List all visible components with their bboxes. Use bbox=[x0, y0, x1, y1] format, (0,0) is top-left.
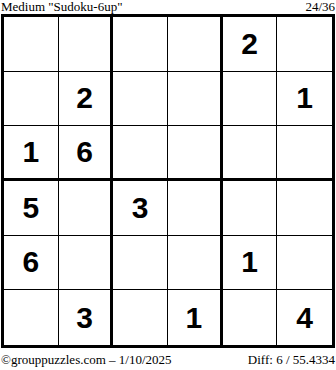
cell-r2c2: 2 bbox=[59, 72, 114, 127]
cell-r1c5: 2 bbox=[223, 17, 278, 72]
cell-r6c4: 1 bbox=[168, 290, 223, 345]
cell-r2c1[interactable] bbox=[4, 72, 59, 127]
puzzle-counter: 24/36 bbox=[305, 0, 335, 13]
cell-r4c5[interactable] bbox=[223, 181, 278, 236]
cell-r5c3[interactable] bbox=[113, 236, 168, 291]
cell-r5c5: 1 bbox=[223, 236, 278, 291]
cell-r1c4[interactable] bbox=[168, 17, 223, 72]
cell-r3c6[interactable] bbox=[277, 126, 332, 181]
cell-r5c6[interactable] bbox=[277, 236, 332, 291]
cell-r5c4[interactable] bbox=[168, 236, 223, 291]
cell-r2c3[interactable] bbox=[113, 72, 168, 127]
footer: ©grouppuzzles.com – 1/10/2025 Diff: 6 / … bbox=[0, 348, 336, 370]
header: Medium "Sudoku-6up" 24/36 bbox=[0, 0, 336, 14]
cell-r2c5[interactable] bbox=[223, 72, 278, 127]
cell-r2c6: 1 bbox=[277, 72, 332, 127]
cell-r1c3[interactable] bbox=[113, 17, 168, 72]
sudoku-board: 221165361314 bbox=[1, 14, 335, 348]
cell-r6c1[interactable] bbox=[4, 290, 59, 345]
cell-r4c2[interactable] bbox=[59, 181, 114, 236]
cell-r3c1: 1 bbox=[4, 126, 59, 181]
cell-r5c2[interactable] bbox=[59, 236, 114, 291]
cell-r6c2: 3 bbox=[59, 290, 114, 345]
cell-r6c6: 4 bbox=[277, 290, 332, 345]
cell-r5c1: 6 bbox=[4, 236, 59, 291]
copyright-text: ©grouppuzzles.com – 1/10/2025 bbox=[1, 353, 172, 367]
puzzle-title: Medium "Sudoku-6up" bbox=[1, 0, 122, 13]
cell-r3c3[interactable] bbox=[113, 126, 168, 181]
cell-r1c2[interactable] bbox=[59, 17, 114, 72]
cell-r4c1: 5 bbox=[4, 181, 59, 236]
cell-r4c3: 3 bbox=[113, 181, 168, 236]
cell-r6c5[interactable] bbox=[223, 290, 278, 345]
cell-r1c6[interactable] bbox=[277, 17, 332, 72]
cell-r4c6[interactable] bbox=[277, 181, 332, 236]
cell-r2c4[interactable] bbox=[168, 72, 223, 127]
cell-r4c4[interactable] bbox=[168, 181, 223, 236]
cell-r1c1[interactable] bbox=[4, 17, 59, 72]
difficulty-text: Diff: 6 / 55.4334 bbox=[248, 353, 335, 367]
cell-r3c4[interactable] bbox=[168, 126, 223, 181]
puzzle-page: Medium "Sudoku-6up" 24/36 221165361314 ©… bbox=[0, 0, 336, 370]
cell-r3c2: 6 bbox=[59, 126, 114, 181]
cell-r6c3[interactable] bbox=[113, 290, 168, 345]
cell-r3c5[interactable] bbox=[223, 126, 278, 181]
